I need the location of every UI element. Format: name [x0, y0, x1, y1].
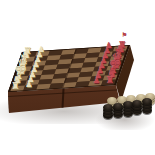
red-rook-flag: ⚑ [109, 67, 114, 73]
scene: ♜♟♜⚑♟♞♟♞♟♝♟♝♟♛♟♛♟♚⚑♟♚⚑♟♝♟♝♟♞♟♞♟♜♟♜⚑♟ [0, 0, 155, 155]
cream-rook[interactable]: ♜ [11, 81, 20, 91]
black-checker [123, 101, 133, 108]
black-checker [103, 104, 113, 111]
red-rook-flag: ⚑ [122, 32, 127, 38]
black-checker [113, 103, 123, 110]
red-pawn[interactable]: ♟ [93, 77, 100, 85]
red-rook[interactable]: ♜ [106, 75, 115, 85]
cream-king-flag: ⚑ [20, 54, 25, 60]
red-king-flag: ⚑ [115, 48, 120, 54]
cream-pawn[interactable]: ♟ [26, 81, 33, 89]
box-fold-seam [61, 85, 64, 112]
